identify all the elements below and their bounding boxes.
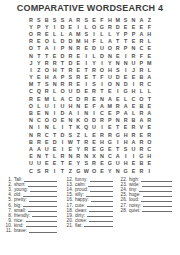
grid-cell: T xyxy=(59,59,67,66)
grid-cell: R xyxy=(130,52,138,59)
grid-cell: S xyxy=(82,30,90,37)
grid-cell: B xyxy=(130,117,138,124)
grid-cell: E xyxy=(114,95,122,102)
grid-cell: R xyxy=(74,74,82,81)
grid-cell: E xyxy=(130,102,138,109)
grid-cell: C xyxy=(98,109,106,116)
grid-cell: A xyxy=(130,138,138,145)
grid-cell: S xyxy=(35,167,43,174)
grid-cell: I xyxy=(74,109,82,116)
grid-cell: G xyxy=(137,153,145,160)
grid-cell: U xyxy=(90,124,98,131)
grid-cell: A xyxy=(59,95,67,102)
grid-cell: E xyxy=(43,30,51,37)
grid-cell: N xyxy=(27,117,35,124)
word-list-item-label: brave: xyxy=(14,228,27,233)
grid-cell: C xyxy=(43,131,51,138)
grid-cell: F xyxy=(137,52,145,59)
grid-cell: A xyxy=(51,74,59,81)
grid-cell: E xyxy=(66,145,74,152)
grid-cell: E xyxy=(122,23,130,30)
grid-cell: E xyxy=(137,23,145,30)
grid-cell: Y xyxy=(35,59,43,66)
grid-cell: I xyxy=(74,23,82,30)
grid-cell: A xyxy=(98,102,106,109)
grid-cell: E xyxy=(74,81,82,88)
grid-cell: R xyxy=(27,16,35,23)
grid-cell: G xyxy=(98,145,106,152)
grid-cell: U xyxy=(43,102,51,109)
grid-cell: C xyxy=(137,45,145,52)
grid-cell: T xyxy=(51,131,59,138)
grid-cell: I xyxy=(82,81,90,88)
grid-cell: O xyxy=(90,167,98,174)
grid-cell: P xyxy=(137,59,145,66)
grid-cell: A xyxy=(27,145,35,152)
grid-cell: P xyxy=(122,45,130,52)
grid-cell: T xyxy=(122,38,130,45)
grid-cell: R xyxy=(114,45,122,52)
grid-cell: N xyxy=(43,124,51,131)
grid-cell: G xyxy=(74,167,82,174)
grid-cell: B xyxy=(137,102,145,109)
grid-cell: I xyxy=(59,124,67,131)
grid-cell: D xyxy=(59,109,67,116)
grid-cell: T xyxy=(145,95,153,102)
grid-cell: R xyxy=(137,38,145,45)
grid-cell: E xyxy=(90,138,98,145)
grid-cell: T xyxy=(66,124,74,131)
grid-cell: G xyxy=(106,138,114,145)
grid-cell: H xyxy=(122,160,130,167)
grid-cell: E xyxy=(90,145,98,152)
grid-cell: E xyxy=(74,59,82,66)
grid-cell: H xyxy=(130,88,138,95)
grid-cell: D xyxy=(114,23,122,30)
grid-cell: R xyxy=(82,95,90,102)
grid-cell: N xyxy=(114,81,122,88)
grid-cell: M xyxy=(145,59,153,66)
grid-cell: O xyxy=(145,138,153,145)
grid-cell: D xyxy=(98,52,106,59)
grid-cell: H xyxy=(98,138,106,145)
grid-cell: I xyxy=(122,153,130,160)
grid-cell: D xyxy=(74,88,82,95)
grid-cell: G xyxy=(114,131,122,138)
grid-cell: R xyxy=(43,88,51,95)
grid-cell: R xyxy=(145,131,153,138)
grid-cell: E xyxy=(66,160,74,167)
grid-cell: T xyxy=(59,160,67,167)
grid-cell: H xyxy=(122,138,130,145)
grid-cell: S xyxy=(35,16,43,23)
grid-cell: T xyxy=(98,88,106,95)
grid-cell: C xyxy=(130,95,138,102)
grid-cell: M xyxy=(43,95,51,102)
grid-cell: E xyxy=(74,66,82,73)
grid-cell: I xyxy=(59,145,67,152)
grid-cell: L xyxy=(98,38,106,45)
grid-cell: E xyxy=(98,160,106,167)
grid-cell: S xyxy=(66,131,74,138)
grid-cell: E xyxy=(74,52,82,59)
grid-cell: F xyxy=(145,23,153,30)
grid-cell: U xyxy=(59,102,67,109)
grid-cell: N xyxy=(130,16,138,23)
grid-cell: D xyxy=(59,131,67,138)
grid-cell: S xyxy=(43,81,51,88)
grid-cell: E xyxy=(106,145,114,152)
grid-cell: L xyxy=(82,23,90,30)
grid-cell: A xyxy=(137,30,145,37)
grid-cell: R xyxy=(66,66,74,73)
grid-cell: R xyxy=(59,81,67,88)
grid-cell: R xyxy=(137,145,145,152)
grid-cell: O xyxy=(137,95,145,102)
grid-cell: Y xyxy=(27,74,35,81)
word-list-column-1: 1.Tall:2.short:3.young:4.old:5.pretty:6.… xyxy=(3,177,60,233)
grid-cell: T xyxy=(90,74,98,81)
grid-cell: P xyxy=(59,74,67,81)
grid-cell: R xyxy=(137,81,145,88)
grid-cell: E xyxy=(122,74,130,81)
grid-cell: L xyxy=(82,131,90,138)
grid-cell: R xyxy=(90,160,98,167)
grid-cell: J xyxy=(27,59,35,66)
grid-cell: R xyxy=(66,52,74,59)
grid-cell: V xyxy=(137,124,145,131)
grid-cell: R xyxy=(98,117,106,124)
grid-cell: I xyxy=(98,81,106,88)
grid-cell: O xyxy=(59,88,67,95)
grid-cell: G xyxy=(122,167,130,174)
grid-cell: W xyxy=(66,138,74,145)
grid-cell: E xyxy=(27,153,35,160)
grid-cell: N xyxy=(122,59,130,66)
grid-cell: D xyxy=(90,45,98,52)
grid-cell: H xyxy=(122,131,130,138)
grid-cell: E xyxy=(145,124,153,131)
grid-cell: N xyxy=(82,153,90,160)
grid-cell: N xyxy=(74,102,82,109)
grid-cell: S xyxy=(122,145,130,152)
grid-cell: J xyxy=(130,66,138,73)
grid-cell: T xyxy=(114,124,122,131)
grid-cell: D xyxy=(74,95,82,102)
answer-blank-line xyxy=(142,207,172,212)
word-list-item-label: flat: xyxy=(75,223,82,228)
grid-cell: L xyxy=(35,102,43,109)
grid-cell: D xyxy=(59,52,67,59)
grid-cell: A xyxy=(35,145,43,152)
word-list-column-3: 22.high:23.wide:24.tiny:25.huge:26.loud:… xyxy=(118,177,175,213)
grid-cell: D xyxy=(51,138,59,145)
grid-cell: P xyxy=(59,45,67,52)
grid-cell: N xyxy=(35,153,43,160)
grid-cell: U xyxy=(35,160,43,167)
grid-cell: E xyxy=(145,102,153,109)
grid-cell: E xyxy=(106,124,114,131)
grid-cell: F xyxy=(90,102,98,109)
grid-cell: T xyxy=(59,66,67,73)
grid-cell: I xyxy=(90,109,98,116)
grid-cell: D xyxy=(66,38,74,45)
grid-cell: Y xyxy=(90,59,98,66)
grid-cell: B xyxy=(137,160,145,167)
grid-cell: E xyxy=(51,160,59,167)
grid-cell: A xyxy=(66,30,74,37)
grid-cell: W xyxy=(82,167,90,174)
grid-cell: N xyxy=(27,124,35,131)
grid-cell: B xyxy=(27,138,35,145)
grid-cell: L xyxy=(51,95,59,102)
grid-cell: Q xyxy=(35,88,43,95)
grid-cell: I xyxy=(51,45,59,52)
grid-cell: I xyxy=(51,102,59,109)
grid-cell: P xyxy=(35,23,43,30)
grid-cell: R xyxy=(145,117,153,124)
grid-cell: E xyxy=(145,160,153,167)
grid-cell: A xyxy=(66,109,74,116)
grid-cell: M xyxy=(74,30,82,37)
grid-cell: R xyxy=(66,81,74,88)
grid-cell: Z xyxy=(74,131,82,138)
grid-cell: L xyxy=(51,30,59,37)
grid-cell: T xyxy=(35,81,43,88)
grid-cell: E xyxy=(35,109,43,116)
grid-cell: E xyxy=(98,167,106,174)
grid-cell: I xyxy=(122,66,130,73)
grid-cell: A xyxy=(106,95,114,102)
grid-cell: T xyxy=(59,167,67,174)
grid-cell: R xyxy=(137,66,145,73)
grid-cell: R xyxy=(106,23,114,30)
grid-cell: L xyxy=(51,38,59,45)
grid-cell: E xyxy=(51,52,59,59)
grid-cell: Y xyxy=(74,160,82,167)
worksheet-page: COMPARATIVE WORDSEARCH 4 RSBSSARSEFHMSNA… xyxy=(0,0,180,255)
grid-cell: N xyxy=(66,117,74,124)
grid-cell: L xyxy=(51,88,59,95)
grid-cell: E xyxy=(43,138,51,145)
grid-cell: N xyxy=(114,117,122,124)
grid-cell: O xyxy=(43,117,51,124)
grid-cell: R xyxy=(90,88,98,95)
grid-cell: P xyxy=(130,30,138,37)
grid-cell: G xyxy=(122,88,130,95)
grid-cell: B xyxy=(27,109,35,116)
grid-cell: E xyxy=(130,74,138,81)
grid-cell: N xyxy=(51,81,59,88)
grid-cell: I xyxy=(35,124,43,131)
grid-cell: R xyxy=(137,109,145,116)
grid-cell: N xyxy=(98,153,106,160)
grid-cell: E xyxy=(145,52,153,59)
grid-cell: E xyxy=(137,131,145,138)
grid-cell: R xyxy=(27,95,35,102)
grid-cell: S xyxy=(51,16,59,23)
grid-cell: Q xyxy=(82,124,90,131)
grid-cell: C xyxy=(145,145,153,152)
grid-cell: D xyxy=(122,81,130,88)
grid-cell: U xyxy=(27,160,35,167)
grid-cell: E xyxy=(66,23,74,30)
grid-cell: R xyxy=(137,138,145,145)
grid-cell: R xyxy=(114,102,122,109)
grid-cell: I xyxy=(98,124,106,131)
grid-cell: E xyxy=(90,95,98,102)
grid-cell: D xyxy=(66,59,74,66)
grid-cell: I xyxy=(130,81,138,88)
grid-cell: N xyxy=(43,109,51,116)
grid-cell: T xyxy=(43,52,51,59)
grid-cell: R xyxy=(74,16,82,23)
grid-cell: E xyxy=(43,160,51,167)
grid-cell: A xyxy=(66,16,74,23)
grid-cell: R xyxy=(59,153,67,160)
grid-cell: E xyxy=(145,45,153,52)
grid-cell: E xyxy=(122,124,130,131)
grid-cell: A xyxy=(114,153,122,160)
grid-cell: R xyxy=(51,59,59,66)
grid-cell: I xyxy=(51,109,59,116)
grid-cell: L xyxy=(122,95,130,102)
grid-cell: I xyxy=(90,30,98,37)
grid-cell: E xyxy=(130,38,138,45)
grid-cell: C xyxy=(106,153,114,160)
grid-cell: H xyxy=(145,30,153,37)
grid-cell: O xyxy=(82,117,90,124)
grid-cell: N xyxy=(27,131,35,138)
grid-cell: I xyxy=(27,66,35,73)
grid-cell: O xyxy=(43,66,51,73)
grid-cell: A xyxy=(137,117,145,124)
grid-cell: H xyxy=(82,38,90,45)
grid-cell: E xyxy=(106,88,114,95)
grid-cell: R xyxy=(106,131,114,138)
grid-cell: S xyxy=(66,74,74,81)
grid-cell: O xyxy=(106,81,114,88)
grid-cell: R xyxy=(74,45,82,52)
grid-cell: S xyxy=(122,16,130,23)
grid-cell: Y xyxy=(43,23,51,30)
grid-cell: L xyxy=(130,109,138,116)
grid-cell: O xyxy=(27,45,35,52)
grid-cell: U xyxy=(106,74,114,81)
grid-cell: H xyxy=(66,102,74,109)
grid-cell: E xyxy=(82,45,90,52)
grid-cell: B xyxy=(43,16,51,23)
grid-cell: D xyxy=(90,117,98,124)
grid-cell: R xyxy=(35,131,43,138)
grid-cell: H xyxy=(106,66,114,73)
grid-cell: N xyxy=(98,95,106,102)
grid-cell: L xyxy=(137,88,145,95)
grid-cell: R xyxy=(82,138,90,145)
grid-cell: M xyxy=(74,38,82,45)
grid-cell: N xyxy=(114,167,122,174)
grid-cell: A xyxy=(43,45,51,52)
grid-cell: R xyxy=(82,145,90,152)
grid-cell: E xyxy=(35,74,43,81)
grid-cell: R xyxy=(43,167,51,174)
grid-cell: Y xyxy=(106,167,114,174)
grid-cell: O xyxy=(98,66,106,73)
grid-cell: E xyxy=(130,23,138,30)
grid-cell: A xyxy=(145,109,153,116)
word-list-item-number: 11. xyxy=(3,228,12,233)
grid-cell: E xyxy=(106,109,114,116)
grid-cell: U xyxy=(130,145,138,152)
grid-cell: E xyxy=(114,52,122,59)
grid-cell: H xyxy=(51,66,59,73)
grid-cell: L xyxy=(106,30,114,37)
word-list-column-2: 12.funny:13.calm:14.proud:15.silly:16.ha… xyxy=(64,177,116,228)
grid-cell: T xyxy=(82,66,90,73)
grid-cell: U xyxy=(43,145,51,152)
grid-cell: L xyxy=(51,124,59,131)
answer-blank-line xyxy=(84,222,113,227)
grid-cell: A xyxy=(137,16,145,23)
grid-cell: E xyxy=(82,74,90,81)
grid-cell: L xyxy=(145,38,153,45)
grid-cell: P xyxy=(106,117,114,124)
grid-cell: Y xyxy=(74,145,82,152)
grid-cell: Z xyxy=(35,66,43,73)
word-list-item-number: 28. xyxy=(118,208,127,213)
grid-cell: E xyxy=(82,88,90,95)
grid-cell: E xyxy=(130,167,138,174)
grid-cell: T xyxy=(35,52,43,59)
grid-cell: F xyxy=(98,74,106,81)
grid-cell: G xyxy=(98,23,106,30)
grid-cell: M xyxy=(106,102,114,109)
grid-cell: X xyxy=(90,153,98,160)
grid-cell: M xyxy=(27,81,35,88)
grid-cell: Z xyxy=(66,167,74,174)
grid-cell: F xyxy=(98,16,106,23)
grid-cell: R xyxy=(137,167,145,174)
grid-cell: L xyxy=(145,88,153,95)
grid-cell: I xyxy=(145,167,153,174)
grid-cell: N xyxy=(130,45,138,52)
grid-cell: K xyxy=(74,124,82,131)
grid-cell: H xyxy=(106,16,114,23)
grid-cell: O xyxy=(43,38,51,45)
grid-cell: Y xyxy=(27,23,35,30)
grid-cell: E xyxy=(51,145,59,152)
grid-cell: I xyxy=(130,153,138,160)
grid-cell: A xyxy=(145,74,153,81)
grid-cell: L xyxy=(51,153,59,160)
wordsearch-grid: RSBSSARSEFHMSNAZYPYIDEILOGRDEEEFORELLAMS… xyxy=(27,16,153,174)
grid-cell: N xyxy=(82,109,90,116)
grid-cell: T xyxy=(35,45,43,52)
grid-cell: R xyxy=(27,38,35,45)
grid-cell: Z xyxy=(145,16,153,23)
grid-cell: T xyxy=(74,138,82,145)
grid-cell: D xyxy=(59,38,67,45)
grid-cell: R xyxy=(122,117,130,124)
grid-cell: H xyxy=(43,74,51,81)
grid-cell: E xyxy=(90,131,98,138)
grid-cell: I xyxy=(98,59,106,66)
grid-cell: E xyxy=(82,102,90,109)
grid-cell: B xyxy=(137,74,145,81)
grid-cell: F xyxy=(90,38,98,45)
grid-cell: P xyxy=(114,109,122,116)
grid-cell: R xyxy=(35,138,43,145)
